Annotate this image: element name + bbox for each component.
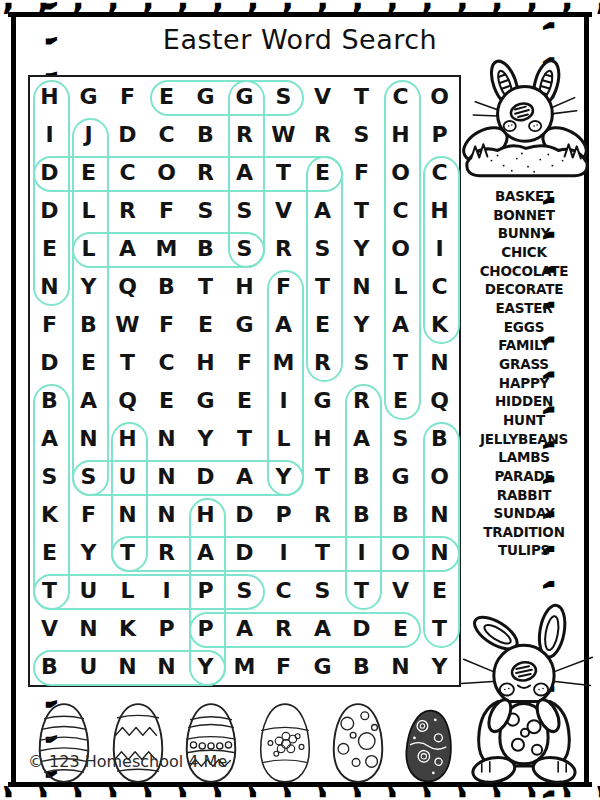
grid-cell: V xyxy=(264,191,303,229)
grid-cell: B xyxy=(147,267,186,305)
grid-cell: S xyxy=(342,115,381,153)
grid-cell: C xyxy=(147,343,186,381)
grid-cell: H xyxy=(186,495,225,533)
grid-cell: E xyxy=(225,381,264,419)
word-list-item-tradition: TRADITION xyxy=(452,523,596,542)
grid-cell: C xyxy=(108,153,147,191)
word-list-item-decorate: DECORATE xyxy=(452,280,596,299)
grid-cell: T xyxy=(225,419,264,457)
word-list-item-family: FAMILY xyxy=(452,336,596,355)
grid-cell: P xyxy=(186,571,225,609)
grid-cell: E xyxy=(303,305,342,343)
grid-cell: T xyxy=(30,571,69,609)
grid-cell: G xyxy=(381,457,420,495)
grid-cell: R xyxy=(303,343,342,381)
grid-cell: L xyxy=(69,229,108,267)
grid-cell: A xyxy=(69,381,108,419)
grid-cell: I xyxy=(342,533,381,571)
grid-cell: C xyxy=(420,153,459,191)
border-bar-left xyxy=(11,12,16,787)
grid-cell: B xyxy=(30,381,69,419)
grid-cell: D xyxy=(30,191,69,229)
grid-cell: E xyxy=(30,533,69,571)
grid-cell: I xyxy=(264,533,303,571)
grid-cell: B xyxy=(342,495,381,533)
word-list-item-hidden: HIDDEN xyxy=(452,392,596,411)
grid-cell: Y xyxy=(342,305,381,343)
grid-cell: S xyxy=(381,419,420,457)
grid-cell: A xyxy=(225,153,264,191)
word-list-item-bunny: BUNNY xyxy=(452,224,596,243)
grid-cell: F xyxy=(147,305,186,343)
grid-cell: N xyxy=(108,647,147,685)
word-list-item-easter: EASTER xyxy=(452,299,596,318)
egg-dots-zigzag-icon xyxy=(177,698,245,788)
grid-cell: L xyxy=(108,571,147,609)
grid-cell: E xyxy=(420,571,459,609)
grid-cell: F xyxy=(342,153,381,191)
egg-swirls-dark-icon xyxy=(398,704,460,788)
egg-polka-dots-icon xyxy=(324,698,392,788)
grid-cell: R xyxy=(225,115,264,153)
grid-cell: W xyxy=(108,305,147,343)
grid-cell: P xyxy=(264,495,303,533)
grid-cell: N xyxy=(69,609,108,647)
word-list-item-tulips: TULIPS xyxy=(452,541,596,560)
grid-cell: I xyxy=(264,381,303,419)
grid-cell: T xyxy=(342,191,381,229)
grid-cell: D xyxy=(30,343,69,381)
grid-cell: B xyxy=(342,647,381,685)
word-list-item-happy: HAPPY xyxy=(452,374,596,393)
grid-cell: H xyxy=(381,115,420,153)
grid-cell: B xyxy=(186,229,225,267)
word-list-item-parade: PARADE xyxy=(452,467,596,486)
grid-cell: E xyxy=(186,305,225,343)
grid-cell: B xyxy=(381,495,420,533)
grid-cell: S xyxy=(225,229,264,267)
swirl-ornament-row-top: ,,,,,,,,,,,,,,,,,, xyxy=(2,0,600,10)
grid-cell: S xyxy=(225,191,264,229)
grid-cell: E xyxy=(69,153,108,191)
grid-cell: L xyxy=(264,419,303,457)
swirl-ornament-row-bottom: ,,,,,,,,,,,,,,,,,, xyxy=(2,790,600,800)
grid-cell: K xyxy=(30,495,69,533)
easter-eggs-row xyxy=(30,694,460,788)
grid-cell: J xyxy=(69,115,108,153)
grid-cell: Y xyxy=(186,647,225,685)
grid-cell: A xyxy=(342,419,381,457)
grid-cell: N xyxy=(381,647,420,685)
grid-cell: H xyxy=(225,267,264,305)
bunny-grass-icon xyxy=(461,57,593,187)
grid-cell: A xyxy=(225,609,264,647)
grid-cell: L xyxy=(69,191,108,229)
grid-cell: Y xyxy=(264,457,303,495)
grid-cell: A xyxy=(264,305,303,343)
grid-cell: N xyxy=(30,267,69,305)
grid-cell: D xyxy=(30,153,69,191)
grid-cell: D xyxy=(225,495,264,533)
grid-cell: O xyxy=(420,77,459,115)
grid-cell: H xyxy=(186,343,225,381)
grid-cell: H xyxy=(30,77,69,115)
grid-cell: A xyxy=(381,305,420,343)
grid-cell: T xyxy=(381,343,420,381)
grid-cell: A xyxy=(30,419,69,457)
word-list: BASKETBONNETBUNNYCHICKCHOCOLATEDECORATEE… xyxy=(452,187,596,560)
grid-cell: U xyxy=(108,457,147,495)
grid-cell: C xyxy=(264,571,303,609)
grid-cell: M xyxy=(147,229,186,267)
grid-cell: R xyxy=(264,609,303,647)
grid-cell: F xyxy=(69,495,108,533)
grid-cell: T xyxy=(108,343,147,381)
grid-cell: T xyxy=(342,571,381,609)
grid-cell: G xyxy=(186,381,225,419)
grid-cell: S xyxy=(69,457,108,495)
grid-cell: U xyxy=(69,647,108,685)
word-search-grid: HGFEGGSVTCOIJDCBRWRSHPDECORATEFOCDLRFSSV… xyxy=(28,75,461,687)
grid-cell: A xyxy=(303,609,342,647)
grid-cell: C xyxy=(147,115,186,153)
grid-cell: Y xyxy=(342,229,381,267)
word-list-item-jellybeans: JELLYBEANS xyxy=(452,430,596,449)
grid-cell: E xyxy=(69,343,108,381)
grid-cell: L xyxy=(381,267,420,305)
grid-cell: Y xyxy=(420,647,459,685)
grid-cell: A xyxy=(303,191,342,229)
grid-cell: G xyxy=(303,647,342,685)
grid-cell: V xyxy=(30,609,69,647)
grid-cell: G xyxy=(186,77,225,115)
grid-cell: N xyxy=(147,495,186,533)
grid-cell: H xyxy=(108,419,147,457)
grid-cell: T xyxy=(186,267,225,305)
grid-cell: W xyxy=(264,115,303,153)
grid-cell: C xyxy=(381,77,420,115)
grid-cell: D xyxy=(225,533,264,571)
grid-cell: E xyxy=(303,153,342,191)
grid-cell: E xyxy=(381,381,420,419)
grid-cell: V xyxy=(381,571,420,609)
word-list-item-chick: CHICK xyxy=(452,243,596,262)
word-list-item-rabbit: RABBIT xyxy=(452,486,596,505)
grid-cell: R xyxy=(303,115,342,153)
word-list-item-lambs: LAMBS xyxy=(452,448,596,467)
grid-cell: T xyxy=(108,533,147,571)
grid-cell: U xyxy=(69,571,108,609)
grid-cell: A xyxy=(225,457,264,495)
grid-cell: I xyxy=(147,571,186,609)
grid-cell: O xyxy=(147,153,186,191)
grid-cell: N xyxy=(342,267,381,305)
grid-cell: I xyxy=(30,115,69,153)
grid-cell: Q xyxy=(108,267,147,305)
grid-cell: T xyxy=(420,609,459,647)
grid-cell: B xyxy=(342,457,381,495)
grid-cell: F xyxy=(108,77,147,115)
grid-cell: B xyxy=(186,115,225,153)
grid-cell: D xyxy=(108,115,147,153)
egg-striped-icon xyxy=(30,698,98,788)
grid-cell: N xyxy=(147,647,186,685)
word-list-item-hunt: HUNT xyxy=(452,411,596,430)
grid-cell: H xyxy=(303,419,342,457)
grid-cell: B xyxy=(69,305,108,343)
grid-cell: N xyxy=(147,457,186,495)
word-list-item-basket: BASKET xyxy=(452,187,596,206)
grid-cell: S xyxy=(264,77,303,115)
grid-cell: P xyxy=(186,609,225,647)
grid-cell: T xyxy=(342,77,381,115)
grid-cell: O xyxy=(381,533,420,571)
grid-letter-layer: HGFEGGSVTCOIJDCBRWRSHPDECORATEFOCDLRFSSV… xyxy=(30,77,459,685)
word-list-item-eggs: EGGS xyxy=(452,318,596,337)
grid-cell: S xyxy=(30,457,69,495)
grid-cell: F xyxy=(147,191,186,229)
grid-cell: O xyxy=(381,153,420,191)
grid-cell: F xyxy=(225,343,264,381)
grid-cell: R xyxy=(186,153,225,191)
grid-cell: R xyxy=(264,229,303,267)
grid-cell: A xyxy=(186,533,225,571)
grid-cell: F xyxy=(264,647,303,685)
grid-cell: C xyxy=(381,191,420,229)
grid-cell: S xyxy=(342,343,381,381)
grid-cell: R xyxy=(147,533,186,571)
grid-cell: Y xyxy=(186,419,225,457)
word-list-item-bonnet: BONNET xyxy=(452,206,596,225)
grid-cell: D xyxy=(342,609,381,647)
egg-zigzag-icon xyxy=(104,698,172,788)
grid-cell: E xyxy=(30,229,69,267)
grid-cell: D xyxy=(186,457,225,495)
grid-cell: E xyxy=(381,609,420,647)
grid-cell: P xyxy=(147,609,186,647)
grid-cell: T xyxy=(303,533,342,571)
grid-cell: F xyxy=(264,267,303,305)
word-list-item-sunday: SUNDAY xyxy=(452,504,596,523)
grid-cell: G xyxy=(69,77,108,115)
grid-cell: K xyxy=(108,609,147,647)
grid-cell: T xyxy=(303,267,342,305)
grid-cell: S xyxy=(303,571,342,609)
grid-cell: T xyxy=(303,457,342,495)
grid-cell: R xyxy=(342,381,381,419)
grid-cell: Y xyxy=(69,267,108,305)
grid-cell: A xyxy=(108,229,147,267)
grid-cell: Y xyxy=(69,533,108,571)
worksheet-page: ,,,,,,,,,,,,,,,,,, ,,,,,,,,,,,,,,,,,, ,,… xyxy=(0,0,600,800)
word-list-item-chocolate: CHOCOLATE xyxy=(452,262,596,281)
grid-cell: G xyxy=(303,381,342,419)
grid-cell: O xyxy=(381,229,420,267)
grid-cell: P xyxy=(420,115,459,153)
grid-cell: M xyxy=(225,647,264,685)
grid-cell: B xyxy=(30,647,69,685)
grid-cell: V xyxy=(303,77,342,115)
grid-cell: R xyxy=(108,191,147,229)
grid-cell: F xyxy=(30,305,69,343)
grid-cell: S xyxy=(303,229,342,267)
grid-cell: E xyxy=(147,77,186,115)
grid-cell: R xyxy=(303,495,342,533)
grid-cell: N xyxy=(108,495,147,533)
grid-cell: S xyxy=(225,571,264,609)
grid-cell: E xyxy=(147,381,186,419)
page-title: Easter Word Search xyxy=(0,24,600,55)
grid-cell: G xyxy=(225,77,264,115)
grid-cell: N xyxy=(69,419,108,457)
grid-cell: G xyxy=(225,305,264,343)
grid-cell: N xyxy=(147,419,186,457)
grid-cell: S xyxy=(186,191,225,229)
bunny-egg-icon xyxy=(459,601,599,787)
word-list-item-grass: GRASS xyxy=(452,355,596,374)
egg-flowers-icon xyxy=(251,698,319,788)
grid-cell: M xyxy=(264,343,303,381)
grid-cell: T xyxy=(264,153,303,191)
copyright-note: © 123 Homeschool 4 Me xyxy=(28,752,227,771)
grid-cell: Q xyxy=(108,381,147,419)
